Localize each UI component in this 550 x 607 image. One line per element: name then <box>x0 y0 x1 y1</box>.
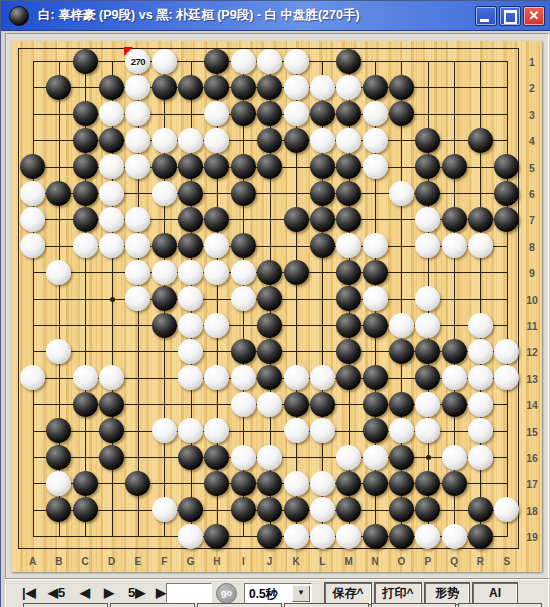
row-label: 19 <box>521 531 543 543</box>
stone-white <box>336 75 361 100</box>
stone-black <box>152 154 177 179</box>
stone-black <box>178 181 203 206</box>
back-5-button[interactable]: ◀5 <box>48 585 65 600</box>
stone-black <box>284 128 309 153</box>
stone-black <box>336 181 361 206</box>
stone-white: 270 <box>125 49 150 74</box>
column-label: K <box>292 556 299 567</box>
stone-black <box>363 524 388 549</box>
column-label: H <box>213 556 220 567</box>
stone-white <box>99 154 124 179</box>
stone-white <box>231 392 256 417</box>
stone-white <box>415 524 440 549</box>
stone-white <box>99 181 124 206</box>
stone-black <box>257 313 282 338</box>
stone-white <box>310 418 335 443</box>
stone-white <box>442 365 467 390</box>
stone-black <box>257 260 282 285</box>
stone-black <box>231 339 256 364</box>
stone-black <box>231 101 256 126</box>
row-label: 18 <box>521 505 543 517</box>
column-label: M <box>345 556 353 567</box>
stone-black <box>99 75 124 100</box>
row-label: 1 <box>521 56 543 68</box>
stone-black <box>231 154 256 179</box>
column-label: N <box>371 556 378 567</box>
stone-black <box>152 313 177 338</box>
stone-white <box>363 128 388 153</box>
stone-black <box>73 49 98 74</box>
column-label: R <box>477 556 484 567</box>
column-label: O <box>398 556 406 567</box>
row-label: 2 <box>521 82 543 94</box>
stone-black <box>152 75 177 100</box>
stone-white <box>99 207 124 232</box>
stone-black <box>73 154 98 179</box>
stone-black <box>336 471 361 496</box>
stone-black <box>231 233 256 258</box>
stone-black <box>389 392 414 417</box>
stone-white <box>310 75 335 100</box>
stone-black <box>73 128 98 153</box>
column-label: B <box>55 556 62 567</box>
row-label: 3 <box>521 109 543 121</box>
stone-black <box>257 339 282 364</box>
stone-white <box>231 365 256 390</box>
cutoff-button <box>371 603 456 607</box>
cutoff-button <box>458 603 542 607</box>
column-label: A <box>29 556 36 567</box>
stone-white <box>231 445 256 470</box>
stone-black <box>73 181 98 206</box>
stone-white <box>204 128 229 153</box>
stone-white <box>73 365 98 390</box>
stone-black <box>363 418 388 443</box>
stone-white <box>178 128 203 153</box>
first-move-button[interactable]: |◀ <box>22 585 36 600</box>
row-label: 13 <box>521 373 543 385</box>
stone-black <box>231 75 256 100</box>
stone-black <box>178 207 203 232</box>
column-label: C <box>82 556 89 567</box>
row-label: 11 <box>521 320 543 332</box>
stone-white <box>152 497 177 522</box>
star-point <box>110 297 115 302</box>
stone-black <box>73 207 98 232</box>
stone-black <box>442 471 467 496</box>
stone-white <box>310 524 335 549</box>
column-label: P <box>424 556 431 567</box>
stone-black <box>363 365 388 390</box>
stone-white <box>363 233 388 258</box>
stone-black <box>310 154 335 179</box>
stone-black <box>204 524 229 549</box>
stone-black <box>468 128 493 153</box>
stone-white <box>363 445 388 470</box>
stone-black <box>442 154 467 179</box>
stone-black <box>20 154 45 179</box>
stone-white <box>257 49 282 74</box>
row-label: 4 <box>521 135 543 147</box>
stone-black <box>99 392 124 417</box>
stone-white <box>125 260 150 285</box>
stone-black <box>494 181 519 206</box>
cutoff-button <box>23 603 108 607</box>
forward-1-button[interactable]: ▶ <box>104 585 114 600</box>
stone-white <box>468 418 493 443</box>
stone-black <box>46 445 71 470</box>
stone-white <box>284 365 309 390</box>
stone-white <box>46 260 71 285</box>
app-window: 白: 辜梓豪 (P9段) vs 黑: 朴廷桓 (P9段) - 白 中盘胜(270… <box>0 0 550 607</box>
stone-black <box>284 260 309 285</box>
row-label: 15 <box>521 426 543 438</box>
stone-black <box>310 207 335 232</box>
stone-white <box>310 128 335 153</box>
stone-white <box>20 207 45 232</box>
stone-black <box>284 497 309 522</box>
stone-white <box>20 181 45 206</box>
stone-white <box>284 524 309 549</box>
stone-white <box>178 313 203 338</box>
column-label: D <box>108 556 115 567</box>
stone-white <box>178 524 203 549</box>
stone-white <box>415 392 440 417</box>
stone-white <box>284 101 309 126</box>
stone-black <box>284 392 309 417</box>
column-label: L <box>319 556 325 567</box>
stone-white <box>178 260 203 285</box>
stone-black <box>178 75 203 100</box>
stone-black <box>73 392 98 417</box>
stone-black <box>442 339 467 364</box>
stone-black <box>468 524 493 549</box>
maximize-button[interactable] <box>499 6 521 26</box>
stone-white <box>152 49 177 74</box>
row-label: 6 <box>521 188 543 200</box>
chevron-down-icon[interactable]: ▼ <box>292 585 310 602</box>
column-label: S <box>503 556 510 567</box>
column-label: Q <box>450 556 458 567</box>
delay-select-value: 0.5秒 <box>249 586 278 603</box>
stone-black <box>231 181 256 206</box>
stone-black <box>336 313 361 338</box>
grid-line <box>507 61 508 537</box>
column-label: J <box>267 556 273 567</box>
cutoff-button <box>110 603 195 607</box>
move-number-input[interactable] <box>166 583 212 603</box>
back-1-button[interactable]: ◀ <box>80 585 90 600</box>
stone-black <box>73 497 98 522</box>
stone-black <box>204 445 229 470</box>
stone-white <box>336 445 361 470</box>
row-label: 8 <box>521 241 543 253</box>
stone-white <box>442 233 467 258</box>
forward-5-button[interactable]: 5▶ <box>128 585 145 600</box>
stone-white <box>310 365 335 390</box>
minimize-button[interactable] <box>475 6 497 26</box>
stone-white <box>336 128 361 153</box>
stone-white <box>125 128 150 153</box>
stone-black <box>46 181 71 206</box>
column-label: G <box>187 556 195 567</box>
go-board: A1B2C3D4E5F6G7H8I9J10K11L12M13N14O15P16Q… <box>11 41 542 572</box>
stone-white <box>415 313 440 338</box>
stone-black <box>257 471 282 496</box>
column-label: E <box>135 556 142 567</box>
stone-white <box>310 471 335 496</box>
stone-white <box>284 418 309 443</box>
estimate-button[interactable]: 形势 <box>424 582 470 605</box>
stone-black <box>389 445 414 470</box>
print-button[interactable]: 打印^ <box>374 582 422 605</box>
row-label: 10 <box>521 294 543 306</box>
window-title: 白: 辜梓豪 (P9段) vs 黑: 朴廷桓 (P9段) - 白 中盘胜(270… <box>38 7 475 24</box>
stone-white <box>284 471 309 496</box>
stone-black <box>415 181 440 206</box>
cutoff-button <box>284 603 369 607</box>
stone-white <box>442 524 467 549</box>
stone-white <box>310 497 335 522</box>
stone-black <box>363 313 388 338</box>
row-label: 9 <box>521 267 543 279</box>
row-label: 7 <box>521 214 543 226</box>
stone-black <box>415 128 440 153</box>
stone-black <box>389 75 414 100</box>
row-label: 5 <box>521 162 543 174</box>
stone-black <box>336 49 361 74</box>
stone-black <box>363 392 388 417</box>
ai-button[interactable]: AI <box>472 582 518 605</box>
stone-black <box>231 497 256 522</box>
stone-black <box>178 445 203 470</box>
stone-white <box>468 339 493 364</box>
stone-white <box>363 101 388 126</box>
delay-select[interactable]: 0.5秒 ▼ <box>244 583 312 604</box>
stone-black <box>284 207 309 232</box>
stone-black <box>336 339 361 364</box>
stone-black <box>99 445 124 470</box>
row-label: 17 <box>521 478 543 490</box>
stone-black <box>204 49 229 74</box>
stone-white <box>442 445 467 470</box>
stone-black <box>336 207 361 232</box>
stone-black <box>363 260 388 285</box>
stone-black <box>73 101 98 126</box>
stone-white <box>152 418 177 443</box>
stone-black <box>231 471 256 496</box>
stone-black <box>363 471 388 496</box>
stone-black <box>389 339 414 364</box>
stone-black <box>73 471 98 496</box>
row-label: 12 <box>521 346 543 358</box>
stone-white <box>152 181 177 206</box>
stone-white <box>363 154 388 179</box>
stone-white <box>73 233 98 258</box>
column-label: I <box>242 556 245 567</box>
stone-black <box>415 471 440 496</box>
stone-white <box>204 260 229 285</box>
stone-white <box>389 418 414 443</box>
stone-black <box>257 75 282 100</box>
stone-white <box>231 260 256 285</box>
stone-black <box>442 392 467 417</box>
stone-white <box>178 339 203 364</box>
stone-black <box>415 339 440 364</box>
stone-white <box>468 313 493 338</box>
stone-black <box>336 260 361 285</box>
stone-white <box>152 260 177 285</box>
stone-black <box>310 181 335 206</box>
titlebar: 白: 辜梓豪 (P9段) vs 黑: 朴廷桓 (P9段) - 白 中盘胜(270… <box>1 1 550 31</box>
stone-white <box>152 128 177 153</box>
stone-white <box>257 445 282 470</box>
row-label: 16 <box>521 452 543 464</box>
stone-black <box>468 207 493 232</box>
stone-white <box>204 313 229 338</box>
go-stone-icon <box>9 6 29 26</box>
save-button[interactable]: 保存^ <box>324 582 372 605</box>
stone-white <box>389 313 414 338</box>
stone-black <box>389 471 414 496</box>
stone-white <box>231 49 256 74</box>
last-move-number: 270 <box>125 49 150 74</box>
go-button[interactable]: go <box>216 583 237 604</box>
stone-white <box>257 392 282 417</box>
stone-black <box>257 128 282 153</box>
stone-black <box>310 233 335 258</box>
stone-black <box>257 524 282 549</box>
stone-black <box>442 207 467 232</box>
stone-white <box>468 445 493 470</box>
stone-black <box>310 101 335 126</box>
star-point <box>426 455 431 460</box>
stone-white <box>389 181 414 206</box>
stone-white <box>468 392 493 417</box>
stone-white <box>336 524 361 549</box>
stone-white <box>231 286 256 311</box>
stone-black <box>310 392 335 417</box>
stone-black <box>99 418 124 443</box>
stone-black <box>99 128 124 153</box>
stone-black <box>389 524 414 549</box>
row-label: 14 <box>521 399 543 411</box>
stone-white <box>415 207 440 232</box>
stone-white <box>284 49 309 74</box>
stone-white <box>363 286 388 311</box>
stone-white <box>284 75 309 100</box>
stone-black <box>152 233 177 258</box>
close-button[interactable]: ✕ <box>523 6 545 26</box>
cutoff-button <box>197 603 282 607</box>
stone-black <box>152 286 177 311</box>
column-label: F <box>161 556 167 567</box>
stone-black <box>363 75 388 100</box>
